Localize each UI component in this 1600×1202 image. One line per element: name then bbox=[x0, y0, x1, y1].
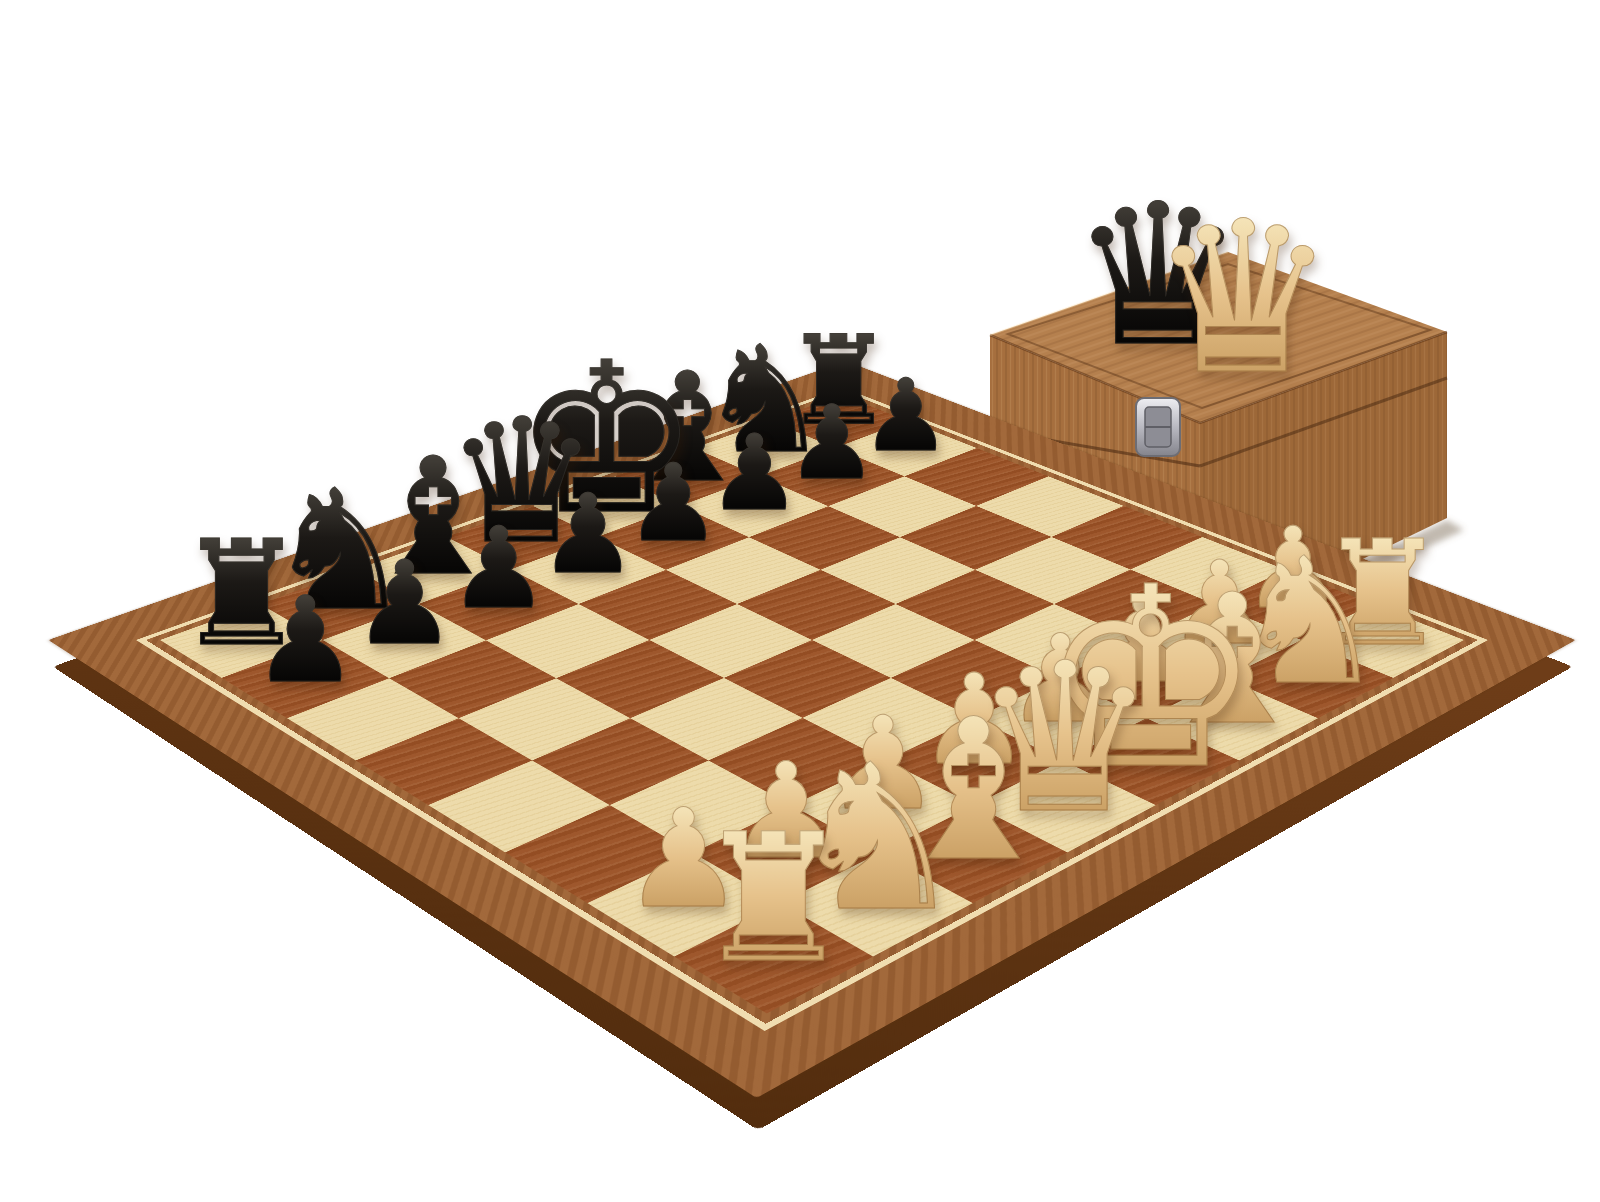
piece-white-pawn-b2: ♟ bbox=[727, 744, 845, 876]
square-d2 bbox=[886, 718, 1063, 805]
piece-black-pawn-e7: ♟ bbox=[625, 450, 721, 557]
piece-white-pawn-a2: ♟ bbox=[623, 791, 745, 927]
square-a8 bbox=[160, 604, 323, 678]
square-d6 bbox=[578, 570, 737, 640]
square-f8 bbox=[615, 448, 759, 506]
square-d7 bbox=[511, 537, 666, 604]
square-d5 bbox=[649, 604, 812, 678]
piece-white-pawn-d2: ♟ bbox=[918, 658, 1030, 783]
square-c2 bbox=[792, 760, 974, 852]
piece-black-pawn-d7: ♟ bbox=[539, 480, 637, 589]
square-b8 bbox=[260, 570, 419, 640]
piece-black-pawn-b7: ♟ bbox=[353, 546, 456, 661]
square-g8 bbox=[694, 421, 835, 476]
square-d3 bbox=[803, 678, 975, 760]
square-f2 bbox=[1058, 640, 1225, 718]
piece-black-rook-h8: ♜ bbox=[784, 320, 894, 443]
storage-box bbox=[950, 218, 1490, 638]
square-b7 bbox=[323, 604, 486, 678]
square-b6 bbox=[389, 640, 556, 718]
piece-black-bishop-c8: ♝ bbox=[361, 437, 506, 599]
square-f6 bbox=[749, 506, 900, 570]
piece-white-rook-a1: ♜ bbox=[694, 811, 853, 988]
box-body bbox=[990, 252, 1447, 638]
square-b5 bbox=[459, 678, 631, 760]
square-f7 bbox=[681, 476, 829, 537]
piece-black-pawn-a7: ♟ bbox=[252, 581, 358, 699]
square-c7 bbox=[419, 570, 578, 640]
square-c8 bbox=[356, 537, 511, 604]
square-e3 bbox=[891, 640, 1058, 718]
square-a2 bbox=[587, 853, 780, 957]
square-g7 bbox=[760, 448, 904, 506]
square-b4 bbox=[532, 718, 709, 805]
square-a4 bbox=[428, 760, 610, 852]
piece-black-pawn-h7: ♟ bbox=[861, 366, 950, 466]
piece-black-king-e8: ♚ bbox=[513, 335, 700, 543]
square-c1 bbox=[880, 805, 1067, 903]
square-e5 bbox=[737, 570, 896, 640]
square-b2 bbox=[693, 805, 880, 903]
piece-white-bishop-c1: ♝ bbox=[886, 692, 1061, 887]
piece-white-queen-d1: ♛ bbox=[972, 636, 1157, 842]
square-e1 bbox=[1063, 718, 1240, 805]
square-d8 bbox=[446, 506, 597, 570]
square-e2 bbox=[974, 678, 1146, 760]
square-a3 bbox=[505, 805, 692, 903]
square-c3 bbox=[709, 718, 886, 805]
square-h8 bbox=[770, 395, 908, 448]
square-a1 bbox=[674, 903, 873, 1014]
square-b3 bbox=[610, 760, 792, 852]
piece-black-knight-g8: ♞ bbox=[699, 327, 831, 474]
square-g1 bbox=[1226, 640, 1393, 718]
piece-black-bishop-f8: ♝ bbox=[620, 353, 755, 503]
scene: ♜♞♝♛♚♝♞♜♟♟♟♟♟♟♟♟♟♟♟♟♟♟♟♟♜♞♝♛♚♝♞♜♛♛ bbox=[0, 0, 1600, 1202]
square-e7 bbox=[598, 506, 749, 570]
piece-black-pawn-g7: ♟ bbox=[786, 393, 877, 495]
piece-white-pawn-c2: ♟ bbox=[825, 700, 940, 828]
square-a7 bbox=[222, 640, 389, 718]
square-a6 bbox=[287, 678, 459, 760]
square-f1 bbox=[1146, 678, 1318, 760]
square-e6 bbox=[666, 537, 821, 604]
piece-black-pawn-c7: ♟ bbox=[448, 512, 548, 624]
square-d4 bbox=[724, 640, 891, 718]
square-b1 bbox=[780, 853, 973, 957]
square-c6 bbox=[486, 604, 649, 678]
square-a5 bbox=[356, 718, 533, 805]
square-d1 bbox=[974, 760, 1156, 852]
square-c4 bbox=[631, 678, 803, 760]
piece-black-queen-d8: ♛ bbox=[445, 396, 599, 568]
piece-black-pawn-f7: ♟ bbox=[708, 420, 801, 524]
square-c5 bbox=[556, 640, 723, 718]
piece-white-knight-b1: ♞ bbox=[786, 738, 966, 939]
box-clasp-icon bbox=[1136, 398, 1180, 456]
piece-black-knight-b8: ♞ bbox=[265, 468, 414, 634]
square-e8 bbox=[533, 476, 681, 537]
piece-black-rook-a8: ♜ bbox=[177, 521, 307, 666]
